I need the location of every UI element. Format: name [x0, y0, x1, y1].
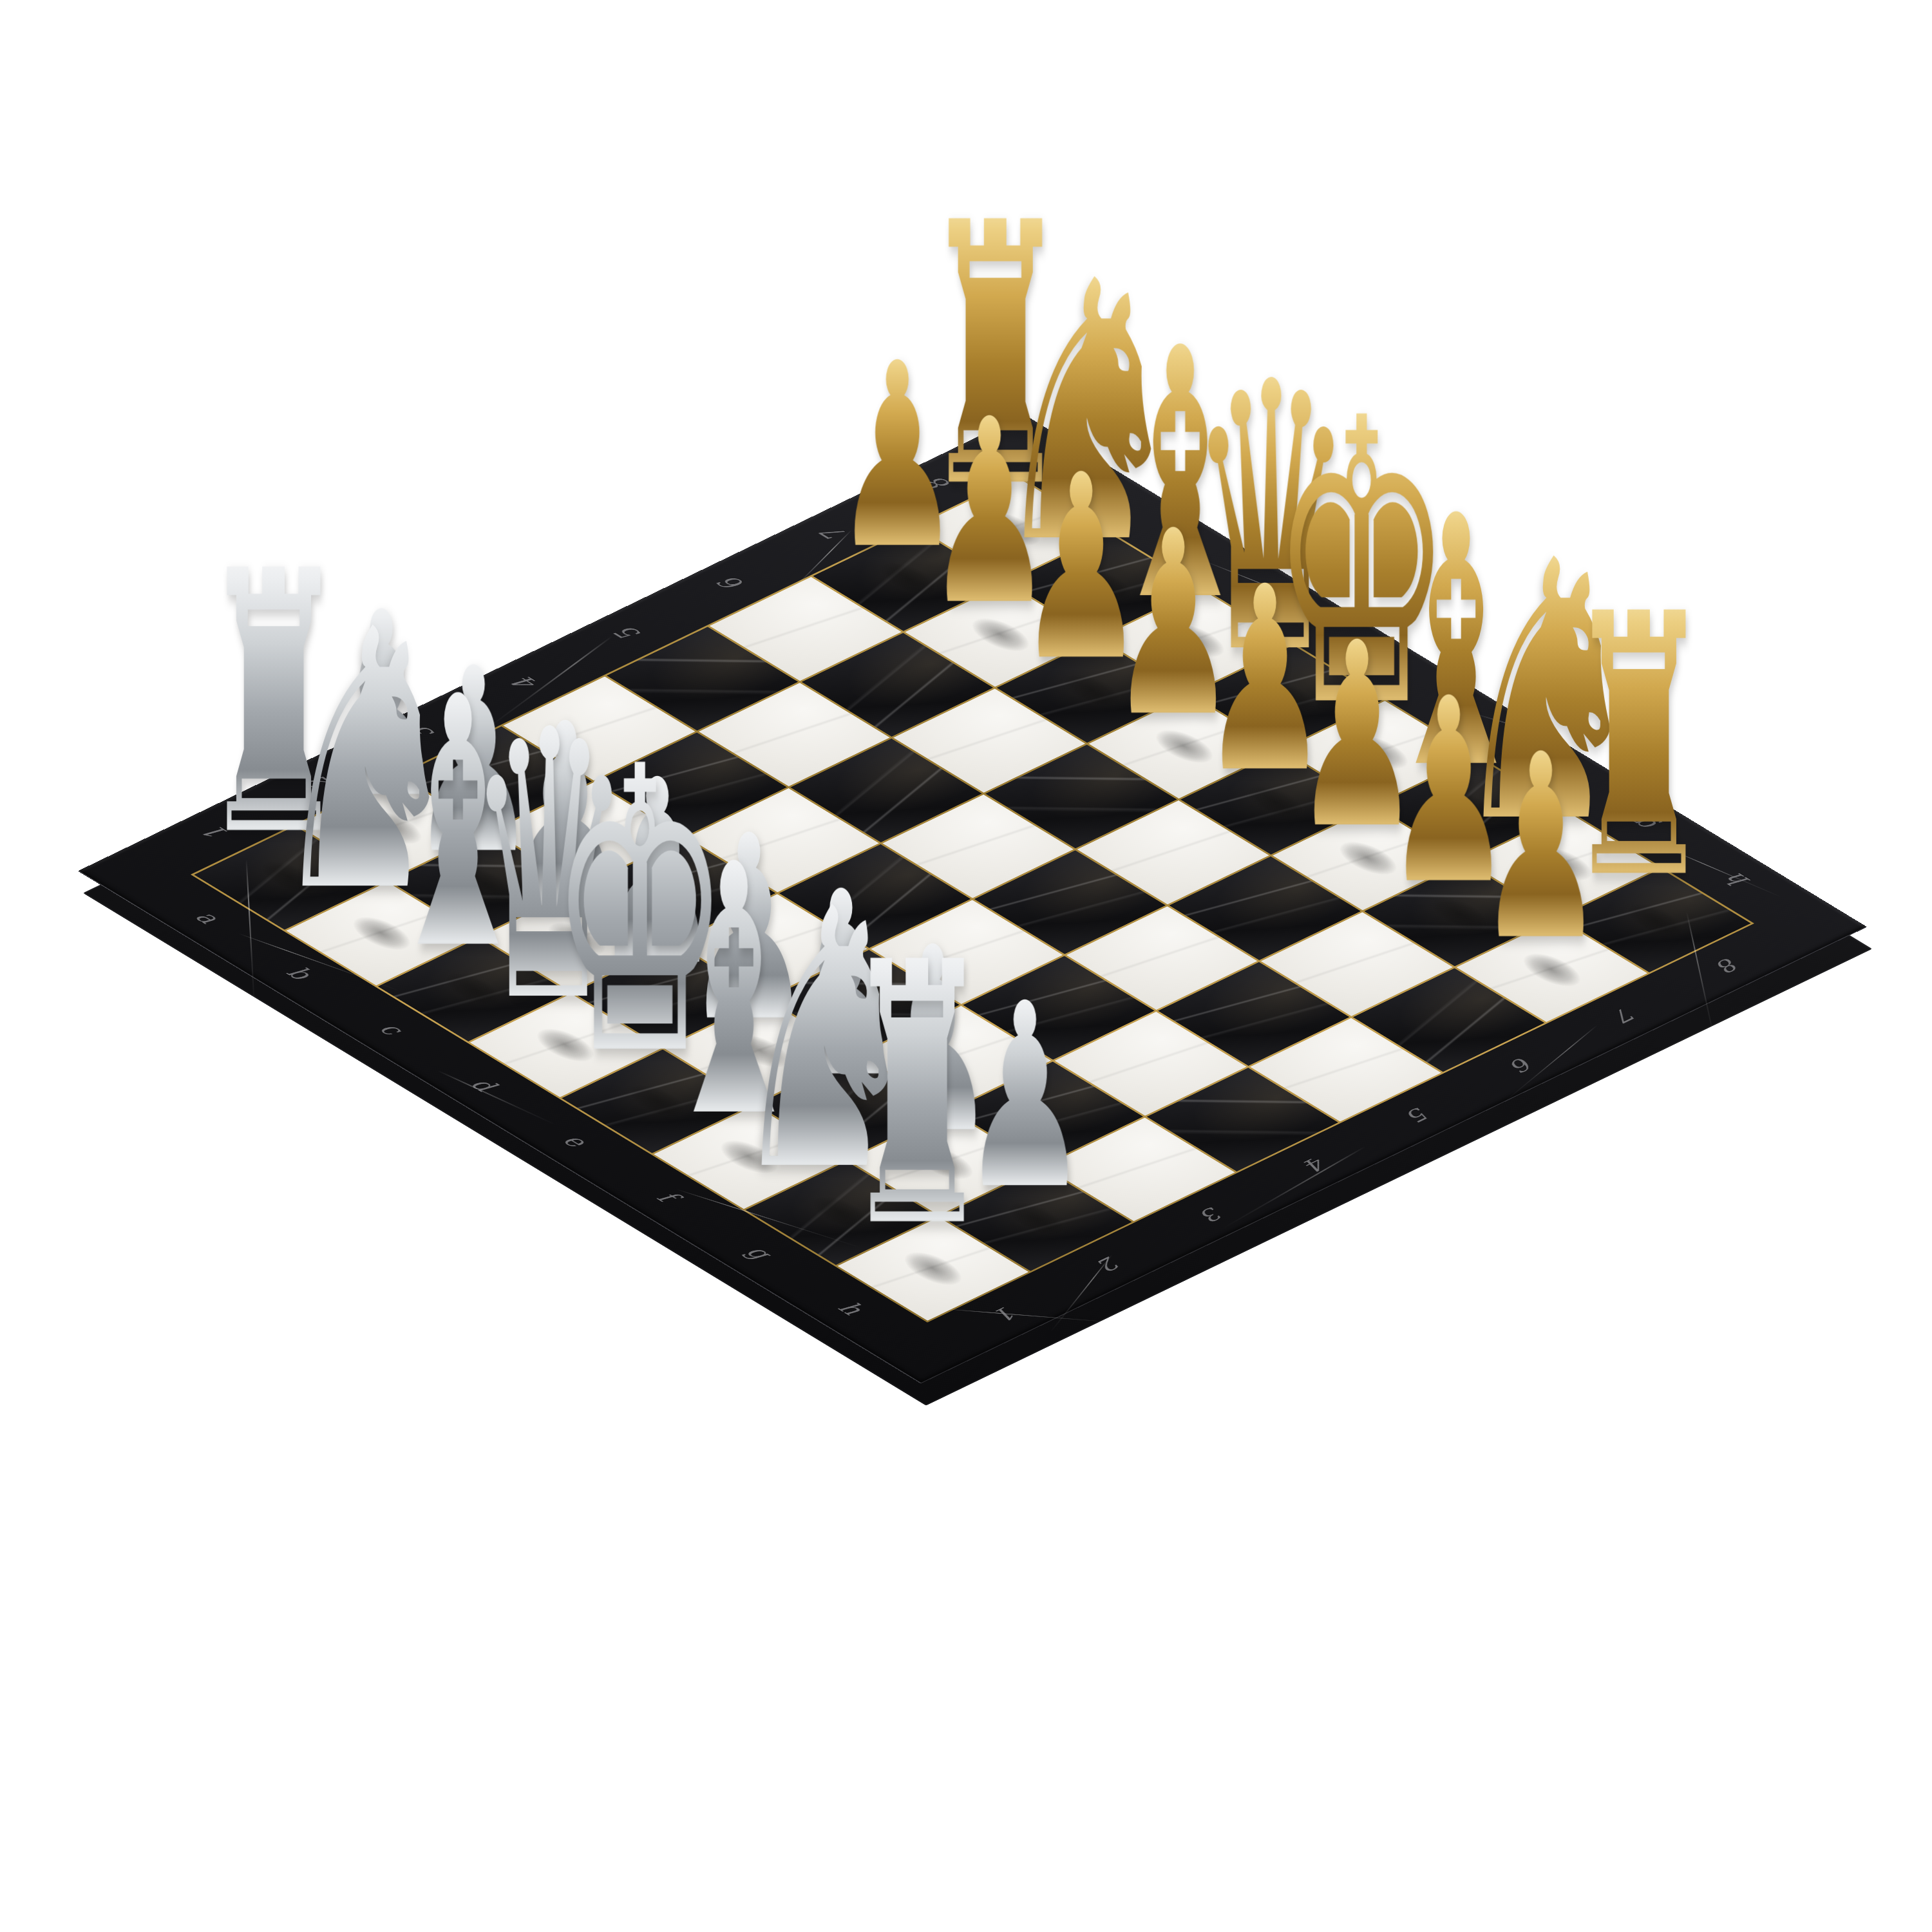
- rook-glyph: ♜: [813, 916, 1021, 1276]
- pawn-glyph: ♟: [1414, 721, 1667, 975]
- board-surface: abcdefghabcdefgh1234567812345678 ♜♞♝♛♚♝♞…: [78, 414, 1868, 1383]
- product-photo: abcdefghabcdefgh1234567812345678 ♜♞♝♛♚♝♞…: [0, 0, 1932, 1932]
